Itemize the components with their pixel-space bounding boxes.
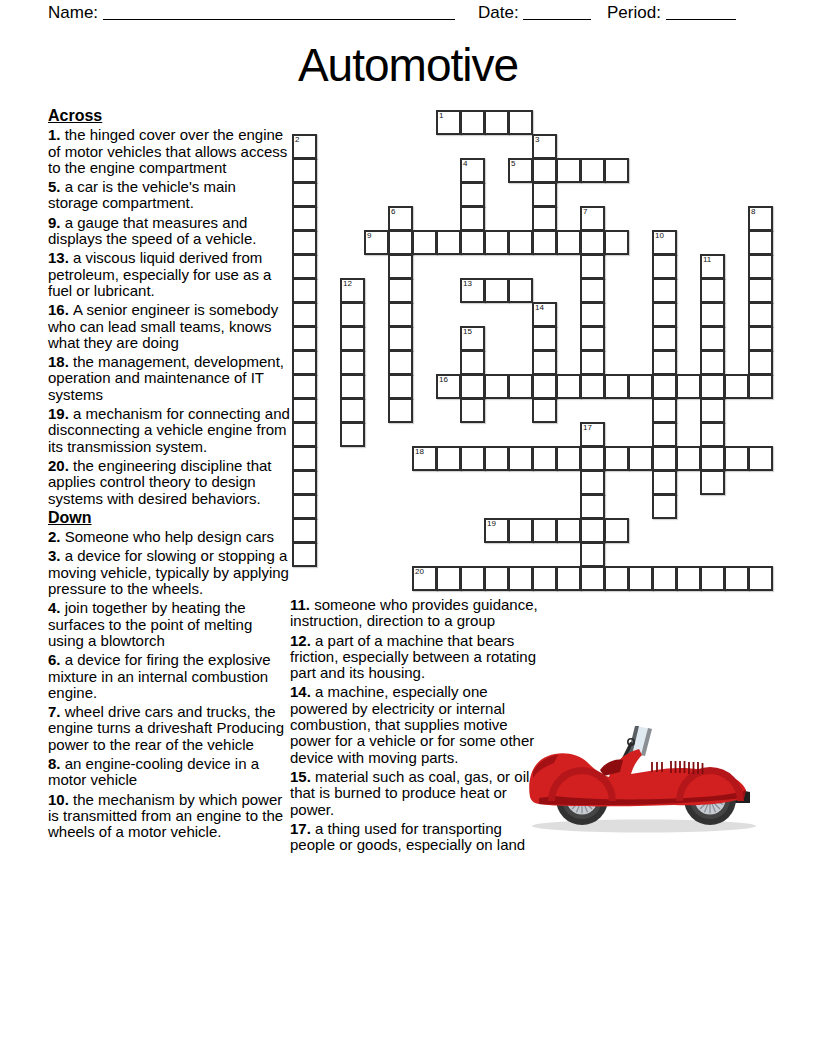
date-field-row: Date: [478,3,591,23]
grid-cell-r17c0[interactable] [292,518,317,543]
period-field-row: Period: [607,3,736,23]
grid-cell-r3c0[interactable] [292,182,317,207]
grid-cell-r4c19[interactable]: 8 [748,206,773,231]
grid-cell-r0c8[interactable] [484,110,509,135]
grid-cell-r17c10[interactable] [532,518,557,543]
clue-number: 2. [48,528,65,545]
clue-number: 19. [48,405,73,422]
grid-cell-r9c7[interactable]: 15 [460,326,485,351]
grid-cell-r11c17[interactable] [700,374,725,399]
clue-number: 18. [48,353,73,370]
grid-cell-r7c4[interactable] [388,278,413,303]
grid-cell-r4c4[interactable]: 6 [388,206,413,231]
clue-across-20: 20. the engineering discipline that appl… [48,458,290,507]
grid-cell-r16c12[interactable] [580,494,605,519]
grid-cell-r19c12[interactable] [580,566,605,591]
cell-number-20: 20 [415,568,424,576]
clue-down-12: 12. a part of a machine that bears frict… [290,633,542,682]
clue-number: 8. [48,755,65,772]
grid-cell-r13c15[interactable] [652,422,677,447]
clue-number: 3. [48,547,65,564]
grid-cell-r17c11[interactable] [556,518,581,543]
grid-cell-r4c12[interactable]: 7 [580,206,605,231]
grid-cell-r19c6[interactable] [436,566,461,591]
grid-cell-r14c6[interactable] [436,446,461,471]
grid-cell-r11c16[interactable] [676,374,701,399]
grid-cell-r19c17[interactable] [700,566,725,591]
grid-cell-r11c14[interactable] [628,374,653,399]
left-clue-column: Across 1. the hinged cover over the engi… [48,108,290,843]
grid-cell-r19c15[interactable] [652,566,677,591]
grid-cell-r14c0[interactable] [292,446,317,471]
grid-cell-r10c7[interactable] [460,350,485,375]
grid-cell-r5c7[interactable] [460,230,485,255]
name-blank-line [103,3,455,20]
clue-down-14: 14. a machine, especially one powered by… [290,684,542,765]
grid-cell-r10c15[interactable] [652,350,677,375]
name-field-row: Name: [48,3,455,23]
grid-cell-r9c10[interactable] [532,326,557,351]
clue-number: 14. [290,683,315,700]
clue-down-7: 7. wheel drive cars and trucks, the engi… [48,704,290,753]
cell-number-16: 16 [439,376,448,384]
grid-cell-r2c10[interactable] [532,158,557,183]
grid-cell-r15c17[interactable] [700,470,725,495]
clue-number: 13. [48,249,73,266]
grid-cell-r14c19[interactable] [748,446,773,471]
grid-cell-r2c0[interactable] [292,158,317,183]
grid-cell-r11c0[interactable] [292,374,317,399]
grid-cell-r19c16[interactable] [676,566,701,591]
grid-cell-r10c17[interactable] [700,350,725,375]
grid-cell-r12c7[interactable] [460,398,485,423]
across-heading: Across [48,108,290,124]
grid-cell-r8c0[interactable] [292,302,317,327]
grid-cell-r7c12[interactable] [580,278,605,303]
grid-cell-r7c2[interactable]: 12 [340,278,365,303]
cell-number-13: 13 [463,280,472,288]
clue-across-9: 9. a gauge that measures and displays th… [48,215,290,248]
grid-cell-r5c19[interactable] [748,230,773,255]
grid-cell-r10c4[interactable] [388,350,413,375]
grid-cell-r9c4[interactable] [388,326,413,351]
grid-cell-r12c2[interactable] [340,398,365,423]
grid-cell-r2c13[interactable] [604,158,629,183]
grid-cell-r5c3[interactable]: 9 [364,230,389,255]
grid-cell-r19c14[interactable] [628,566,653,591]
cell-number-8: 8 [751,208,755,216]
cell-number-11: 11 [703,256,711,264]
grid-cell-r14c12[interactable] [580,446,605,471]
grid-cell-r13c12[interactable]: 17 [580,422,605,447]
grid-cell-r7c15[interactable] [652,278,677,303]
down-clue-list-col1: 2. Someone who help design cars3. a devi… [48,529,290,840]
grid-cell-r11c15[interactable] [652,374,677,399]
cell-number-9: 9 [367,232,371,240]
grid-cell-r8c4[interactable] [388,302,413,327]
grid-cell-r14c16[interactable] [676,446,701,471]
grid-cell-r5c10[interactable] [532,230,557,255]
clue-across-16: 16. A senior engineer is somebody who ca… [48,302,290,351]
grid-cell-r19c18[interactable] [724,566,749,591]
grid-cell-r14c13[interactable] [604,446,629,471]
across-clue-list: 1. the hinged cover over the engine of m… [48,127,290,507]
clue-down-3: 3. a device for slowing or stopping a mo… [48,548,290,597]
grid-cell-r17c8[interactable]: 19 [484,518,509,543]
grid-cell-r12c0[interactable] [292,398,317,423]
grid-cell-r6c15[interactable] [652,254,677,279]
grid-cell-r12c17[interactable] [700,398,725,423]
grid-cell-r4c7[interactable] [460,206,485,231]
grid-cell-r6c17[interactable]: 11 [700,254,725,279]
grid-cell-r15c15[interactable] [652,470,677,495]
grid-cell-r6c4[interactable] [388,254,413,279]
date-label: Date: [478,3,519,22]
grid-cell-r11c7[interactable] [460,374,485,399]
grid-cell-r9c15[interactable] [652,326,677,351]
cell-number-10: 10 [655,232,664,240]
grid-cell-r18c0[interactable] [292,542,317,567]
grid-cell-r3c10[interactable] [532,182,557,207]
grid-cell-r13c0[interactable] [292,422,317,447]
grid-cell-r11c9[interactable] [508,374,533,399]
grid-cell-r1c10[interactable]: 3 [532,134,557,159]
grid-cell-r5c9[interactable] [508,230,533,255]
grid-cell-r10c19[interactable] [748,350,773,375]
grid-cell-r5c8[interactable] [484,230,509,255]
grid-cell-r5c6[interactable] [436,230,461,255]
clue-down-2: 2. Someone who help design cars [48,529,290,545]
clue-down-6: 6. a device for firing the explosive mix… [48,652,290,701]
clue-down-4: 4. join together by heating the surfaces… [48,600,290,649]
grid-cell-r8c15[interactable] [652,302,677,327]
grid-cell-r19c13[interactable] [604,566,629,591]
grid-cell-r0c9[interactable] [508,110,533,135]
grid-cell-r5c15[interactable]: 10 [652,230,677,255]
grid-cell-r4c10[interactable] [532,206,557,231]
clue-down-10: 10. the mechanism by which power is tran… [48,792,290,841]
grid-cell-r14c11[interactable] [556,446,581,471]
grid-cell-r7c17[interactable] [700,278,725,303]
clue-across-18: 18. the management, development, operati… [48,354,290,403]
cell-number-12: 12 [343,280,352,288]
grid-cell-r19c7[interactable] [460,566,485,591]
cell-number-15: 15 [463,328,472,336]
grid-cell-r6c12[interactable] [580,254,605,279]
grid-cell-r18c12[interactable] [580,542,605,567]
grid-cell-r11c18[interactable] [724,374,749,399]
grid-cell-r19c8[interactable] [484,566,509,591]
cell-number-7: 7 [583,208,587,216]
grid-cell-r16c0[interactable] [292,494,317,519]
grid-cell-r0c7[interactable] [460,110,485,135]
clue-down-15: 15. material such as coal, gas, or oil t… [290,769,542,818]
grid-cell-r14c7[interactable] [460,446,485,471]
grid-cell-r7c8[interactable] [484,278,509,303]
cell-number-2: 2 [295,136,299,144]
grid-cell-r11c12[interactable] [580,374,605,399]
page-title: Automotive [0,38,816,92]
grid-cell-r19c19[interactable] [748,566,773,591]
clue-number: 12. [290,632,315,649]
clue-across-5: 5. a car is the vehicle's main storage c… [48,179,290,212]
date-blank-line [523,3,591,20]
cell-number-18: 18 [415,448,424,456]
grid-cell-r9c12[interactable] [580,326,605,351]
grid-cell-r19c9[interactable] [508,566,533,591]
grid-cell-r7c19[interactable] [748,278,773,303]
grid-cell-r2c7[interactable]: 4 [460,158,485,183]
grid-cell-r19c10[interactable] [532,566,557,591]
clue-number: 10. [48,791,73,808]
grid-cell-r19c11[interactable] [556,566,581,591]
grid-cell-r2c12[interactable] [580,158,605,183]
grid-cell-r12c15[interactable] [652,398,677,423]
grid-cell-r11c6[interactable]: 16 [436,374,461,399]
grid-cell-r11c13[interactable] [604,374,629,399]
grid-cell-r14c14[interactable] [628,446,653,471]
cell-number-1: 1 [439,112,443,120]
clue-number: 5. [48,178,65,195]
clue-down-17: 17. a thing used for transporting people… [290,821,542,854]
grid-cell-r14c15[interactable] [652,446,677,471]
grid-cell-r15c0[interactable] [292,470,317,495]
cell-number-19: 19 [487,520,496,528]
grid-cell-r11c2[interactable] [340,374,365,399]
cell-number-6: 6 [391,208,395,216]
grid-cell-r17c12[interactable] [580,518,605,543]
clue-number: 17. [290,820,315,837]
grid-cell-r7c0[interactable] [292,278,317,303]
grid-cell-r9c17[interactable] [700,326,725,351]
clue-number: 4. [48,599,65,616]
grid-cell-r14c9[interactable] [508,446,533,471]
grid-cell-r5c4[interactable] [388,230,413,255]
grid-cell-r4c0[interactable] [292,206,317,231]
grid-cell-r15c12[interactable] [580,470,605,495]
grid-cell-r11c19[interactable] [748,374,773,399]
grid-cell-r16c15[interactable] [652,494,677,519]
cell-number-3: 3 [535,136,539,144]
grid-cell-r12c4[interactable] [388,398,413,423]
down-heading: Down [48,510,290,526]
grid-cell-r8c2[interactable] [340,302,365,327]
grid-cell-r12c10[interactable] [532,398,557,423]
grid-cell-r13c2[interactable] [340,422,365,447]
grid-cell-r11c11[interactable] [556,374,581,399]
clue-number: 20. [48,457,73,474]
grid-cell-r17c13[interactable] [604,518,629,543]
grid-cell-r0c6[interactable]: 1 [436,110,461,135]
clue-number: 16. [48,301,73,318]
clue-number: 1. [48,126,65,143]
grid-cell-r14c5[interactable]: 18 [412,446,437,471]
clue-across-13: 13. a viscous liquid derived from petrol… [48,250,290,299]
clue-across-19: 19. a mechanism for connecting and disco… [48,406,290,455]
grid-cell-r5c11[interactable] [556,230,581,255]
grid-cell-r9c0[interactable] [292,326,317,351]
grid-cell-r11c10[interactable] [532,374,557,399]
grid-cell-r10c0[interactable] [292,350,317,375]
grid-cell-r5c12[interactable] [580,230,605,255]
grid-cell-r8c19[interactable] [748,302,773,327]
clue-number: 7. [48,703,65,720]
grid-cell-r17c9[interactable] [508,518,533,543]
car-illustration [524,700,768,838]
grid-cell-r9c19[interactable] [748,326,773,351]
right-clue-column: 11. someone who provides guidance, instr… [290,597,542,856]
down-clue-list-col2: 11. someone who provides guidance, instr… [290,597,542,853]
cell-number-4: 4 [463,160,467,168]
grid-cell-r14c17[interactable] [700,446,725,471]
grid-cell-r8c17[interactable] [700,302,725,327]
grid-cell-r3c7[interactable] [460,182,485,207]
clue-across-1: 1. the hinged cover over the engine of m… [48,127,290,176]
grid-cell-r11c4[interactable] [388,374,413,399]
grid-cell-r19c5[interactable]: 20 [412,566,437,591]
grid-cell-r10c12[interactable] [580,350,605,375]
grid-cell-r5c13[interactable] [604,230,629,255]
grid-cell-r10c2[interactable] [340,350,365,375]
grid-cell-r11c8[interactable] [484,374,509,399]
clue-down-8: 8. an engine-cooling device in a motor v… [48,756,290,789]
grid-cell-r14c10[interactable] [532,446,557,471]
cell-number-14: 14 [535,304,544,312]
clue-number: 15. [290,768,315,785]
grid-cell-r7c7[interactable]: 13 [460,278,485,303]
cell-number-5: 5 [511,160,515,168]
grid-cell-r14c8[interactable] [484,446,509,471]
name-label: Name: [48,3,98,22]
grid-cell-r6c0[interactable] [292,254,317,279]
grid-cell-r14c18[interactable] [724,446,749,471]
grid-cell-r9c2[interactable] [340,326,365,351]
clue-number: 6. [48,651,65,668]
grid-cell-r2c11[interactable] [556,158,581,183]
grid-cell-r8c12[interactable] [580,302,605,327]
grid-cell-r5c5[interactable] [412,230,437,255]
clue-number: 9. [48,214,65,231]
cell-number-17: 17 [583,424,592,432]
grid-cell-r13c17[interactable] [700,422,725,447]
grid-cell-r8c10[interactable]: 14 [532,302,557,327]
clue-number: 11. [290,596,314,613]
grid-cell-r1c0[interactable]: 2 [292,134,317,159]
grid-cell-r7c9[interactable] [508,278,533,303]
grid-cell-r2c9[interactable]: 5 [508,158,533,183]
grid-cell-r5c0[interactable] [292,230,317,255]
grid-cell-r10c10[interactable] [532,350,557,375]
period-label: Period: [607,3,661,22]
clue-down-11: 11. someone who provides guidance, instr… [290,597,542,630]
crossword-grid: 1234567891011121314151617181920 [292,110,774,592]
period-blank-line [666,3,736,20]
grid-cell-r6c19[interactable] [748,254,773,279]
